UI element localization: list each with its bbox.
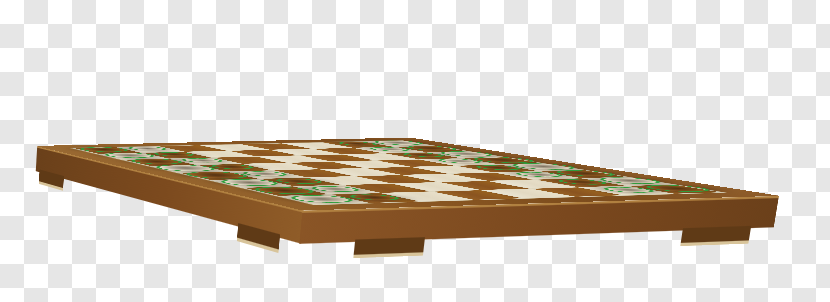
- board-foot-h1-corner: [237, 223, 280, 253]
- transparent-background-canvas: ♜♞♝♛♚♝♞♜♟♟♟♟♟♟♟♟♟♟♟♟♟♟♟♟♜♞♝♛♚♝♞♜: [0, 0, 830, 302]
- board-foot-h8-corner: [680, 226, 751, 246]
- board-scene: ♜♞♝♛♚♝♞♜♟♟♟♟♟♟♟♟♟♟♟♟♟♟♟♟♜♞♝♛♚♝♞♜: [0, 0, 830, 302]
- board-foot-a1-corner: [39, 169, 64, 190]
- white-rook-glyph: ♜: [273, 101, 370, 209]
- chess-board: ♜♞♝♛♚♝♞♜♟♟♟♟♟♟♟♟♟♟♟♟♟♟♟♟♜♞♝♛♚♝♞♜: [36, 138, 780, 211]
- board-foot-h1-side: [353, 237, 425, 258]
- black-pawn-glyph: ♟: [594, 120, 663, 197]
